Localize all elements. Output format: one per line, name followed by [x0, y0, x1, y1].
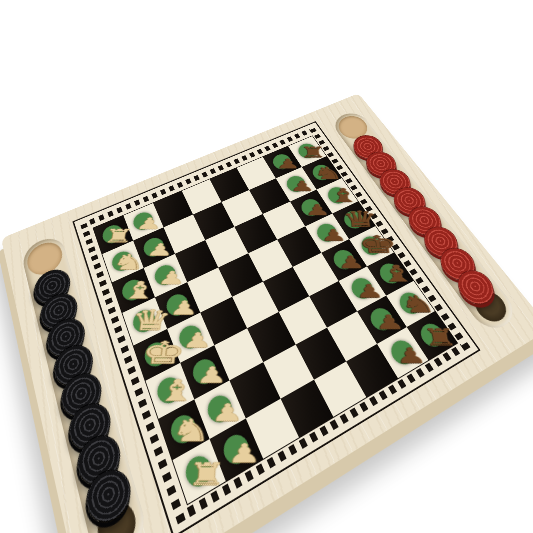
- felt-base: [386, 336, 418, 368]
- rook-glyph: ♜: [185, 458, 225, 489]
- knight-glyph: ♞: [398, 292, 437, 316]
- square-r6c3-light[interactable]: [263, 344, 314, 398]
- queen-glyph: ♛: [340, 208, 379, 230]
- pawn-glyph: ♟: [275, 157, 299, 170]
- square-r7c5-dark[interactable]: [346, 343, 398, 397]
- square-r7c3-dark[interactable]: [280, 379, 333, 438]
- pawn-glyph: ♟: [134, 216, 162, 232]
- pawn-glyph: ♟: [354, 282, 384, 301]
- piece-black-knight[interactable]: ♞: [386, 280, 435, 327]
- felt-base: [189, 355, 219, 388]
- square-r6c6-dark[interactable]: [357, 295, 407, 343]
- square-r6c4-dark[interactable]: [295, 327, 345, 379]
- felt-base: [167, 410, 199, 448]
- piece-white-pawn[interactable]: ♟: [180, 345, 229, 399]
- felt-base: [176, 321, 205, 352]
- square-r5c1-dark[interactable]: [180, 345, 229, 399]
- square-r4c1-light[interactable]: [167, 312, 214, 362]
- piece-white-king[interactable]: ♚: [132, 328, 179, 380]
- pawn-glyph: ♟: [336, 253, 364, 270]
- piece-white-pawn[interactable]: ♟: [167, 312, 214, 362]
- square-r4c3-light[interactable]: [232, 281, 279, 328]
- square-r6c5-light[interactable]: [326, 311, 376, 361]
- felt-base: [416, 319, 448, 350]
- square-r6c0-dark[interactable]: [157, 399, 209, 460]
- felt-base: [219, 429, 252, 468]
- knight-glyph: ♞: [169, 415, 211, 446]
- tray-end-hole: [93, 494, 140, 533]
- pawn-glyph: ♟: [226, 440, 259, 466]
- square-r7c2-light[interactable]: [245, 398, 299, 459]
- queen-glyph: ♛: [128, 306, 172, 334]
- square-r5c5-dark[interactable]: [309, 281, 357, 328]
- piece-white-pawn[interactable]: ♟: [209, 418, 263, 482]
- piece-white-knight[interactable]: ♞: [157, 399, 209, 460]
- pawn-glyph: ♟: [319, 227, 346, 243]
- felt-base: [203, 391, 235, 427]
- bishop-glyph: ♝: [154, 376, 196, 406]
- pawn-glyph: ♟: [393, 345, 426, 366]
- pawn-glyph: ♟: [373, 312, 404, 332]
- square-r6c2-dark[interactable]: [229, 362, 280, 418]
- tray-end-hole: [469, 286, 512, 326]
- square-r5c2-light[interactable]: [214, 328, 263, 380]
- pawn-glyph: ♟: [210, 400, 242, 424]
- pawn-glyph: ♟: [195, 364, 226, 386]
- rook-glyph: ♜: [299, 144, 326, 159]
- felt-base: [181, 451, 215, 492]
- piece-white-queen[interactable]: ♛: [121, 297, 166, 345]
- piece-white-rook[interactable]: ♜: [171, 438, 225, 504]
- pawn-glyph: ♟: [145, 241, 173, 258]
- square-r5c0-light[interactable]: [144, 362, 194, 418]
- piece-white-bishop[interactable]: ♝: [144, 362, 194, 418]
- pawn-glyph: ♟: [156, 269, 185, 287]
- square-r6c1-light[interactable]: [194, 380, 246, 439]
- checker-black-5[interactable]: [57, 366, 106, 424]
- felt-base: [141, 338, 170, 370]
- piece-white-pawn[interactable]: ♟: [194, 380, 246, 439]
- checker-black-6[interactable]: [64, 395, 115, 457]
- checker-black-3[interactable]: [43, 312, 89, 363]
- checker-black-4[interactable]: [49, 338, 96, 393]
- checker-black-7[interactable]: [72, 427, 125, 493]
- felt-base: [366, 304, 397, 334]
- square-r7c7-dark[interactable]: [406, 310, 457, 360]
- knight-glyph: ♞: [110, 251, 146, 272]
- square-r4c0-dark[interactable]: [132, 328, 179, 380]
- bishop-glyph: ♝: [119, 278, 158, 302]
- knight-glyph: ♞: [312, 164, 343, 181]
- piece-black-pawn[interactable]: ♟: [376, 327, 428, 379]
- square-r7c6-light[interactable]: [376, 327, 428, 379]
- square-r7c0-light[interactable]: [171, 438, 225, 504]
- square-r5c4-light[interactable]: [278, 296, 326, 344]
- game-board: ♜♟♟♜♞♟♟♞♝♟♟♝♛♟♟♛♚♟♟♚♝♟♟♝♞♟♟♞♜♟♟♜: [1, 93, 533, 533]
- square-r7c1-dark[interactable]: [209, 418, 263, 482]
- product-photo-stage: ♜♟♟♜♞♟♟♞♝♟♟♝♛♟♟♛♚♟♟♚♝♟♟♝♞♟♟♞♜♟♟♜: [0, 0, 533, 533]
- square-r7c4-light[interactable]: [313, 361, 366, 417]
- pawn-glyph: ♟: [181, 330, 212, 351]
- square-r5c3-dark[interactable]: [247, 311, 296, 361]
- bishop-glyph: ♝: [326, 186, 359, 205]
- pawn-glyph: ♟: [289, 179, 314, 193]
- pawn-glyph: ♟: [304, 202, 330, 217]
- checker-black-2[interactable]: [36, 287, 80, 335]
- dash-border-bottom: [174, 340, 470, 524]
- square-r6c7-light[interactable]: [386, 280, 435, 327]
- piece-black-pawn[interactable]: ♟: [357, 295, 407, 343]
- king-glyph: ♚: [139, 337, 186, 368]
- scene: ♜♟♟♜♞♟♟♞♝♟♟♝♛♟♟♛♚♟♟♚♝♟♟♝♞♟♟♞♜♟♟♜: [0, 0, 533, 533]
- piece-black-rook[interactable]: ♜: [406, 310, 457, 360]
- rook-glyph: ♜: [420, 325, 458, 348]
- bishop-glyph: ♝: [377, 262, 415, 285]
- checker-black-8[interactable]: [81, 460, 136, 531]
- rook-glyph: ♜: [101, 226, 134, 244]
- decorative-frame: ♜♟♟♜♞♟♟♞♝♟♟♝♛♟♟♛♚♟♟♚♝♟♟♝♞♟♟♞♜♟♟♜: [72, 121, 480, 533]
- square-r4c2-dark[interactable]: [200, 296, 247, 344]
- felt-base: [154, 373, 185, 408]
